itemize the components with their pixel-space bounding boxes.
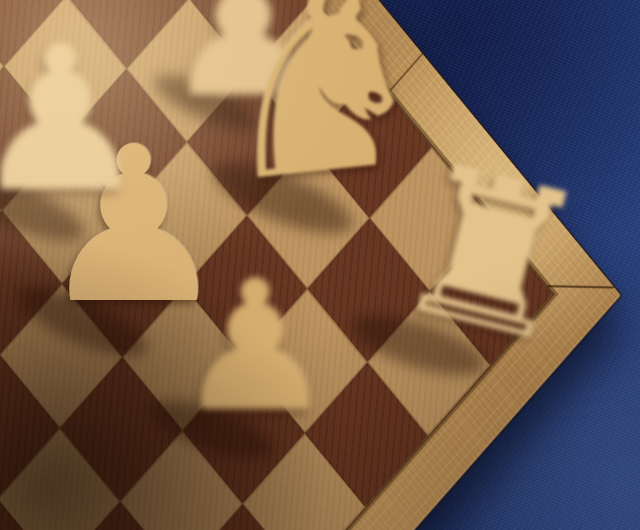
chessboard-photo-scene: ♟ ♞ ♟ ♜ ♟ ♟ — [0, 0, 640, 530]
frame-mitre-seam — [548, 285, 614, 288]
frame-joint-seam — [388, 53, 423, 93]
